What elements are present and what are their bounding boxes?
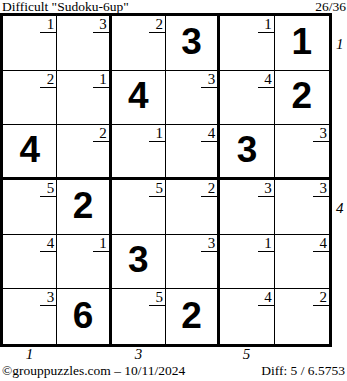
cell-r2c3[interactable]: 4 — [112, 71, 166, 126]
cell-r2c6[interactable]: 2 — [275, 71, 329, 126]
given-digit: 2 — [57, 180, 108, 234]
cell-r2c5[interactable]: 4 — [220, 71, 274, 126]
cell-r1c5[interactable]: 1 — [220, 16, 274, 71]
group-label-bottom-5: 5 — [219, 347, 274, 361]
copyright-date: ©grouppuzzles.com – 10/11/2024 — [2, 363, 185, 378]
corner-clue-digit: 1 — [149, 125, 165, 142]
given-digit: 1 — [275, 16, 329, 70]
cell-r6c4[interactable]: 2 — [166, 289, 220, 344]
cell-r3c2[interactable]: 2 — [57, 125, 111, 180]
cell-r3c1[interactable]: 4 — [3, 125, 57, 180]
given-digit: 2 — [275, 71, 329, 125]
cell-r4c4[interactable]: 2 — [166, 180, 220, 235]
sudoku-grid: 132311214342421433525233413314365242 — [0, 13, 332, 347]
corner-clue-digit: 1 — [40, 16, 56, 33]
cell-r4c2[interactable]: 2 — [57, 180, 111, 235]
corner-clue-digit: 4 — [258, 71, 274, 88]
corner-clue-digit: 1 — [258, 16, 274, 33]
cell-r6c6[interactable]: 2 — [275, 289, 329, 344]
corner-clue-digit: 2 — [313, 289, 329, 306]
cell-r2c1[interactable]: 2 — [3, 71, 57, 126]
group-label-bottom-1: 1 — [2, 347, 57, 361]
cell-r4c6[interactable]: 3 — [275, 180, 329, 235]
cell-r5c1[interactable]: 4 — [3, 235, 57, 290]
group-label-bottom-3: 3 — [111, 347, 166, 361]
corner-clue-digit: 3 — [313, 125, 329, 142]
corner-clue-digit: 2 — [40, 71, 56, 88]
cell-r6c3[interactable]: 5 — [112, 289, 166, 344]
corner-clue-digit: 1 — [93, 71, 109, 88]
group-label-right-4: 4 — [336, 201, 347, 216]
cell-r2c4[interactable]: 3 — [166, 71, 220, 126]
corner-clue-digit: 4 — [313, 235, 329, 252]
puzzle-counter: 26/36 — [315, 0, 346, 14]
cell-r5c6[interactable]: 4 — [275, 235, 329, 290]
cell-r1c3[interactable]: 2 — [112, 16, 166, 71]
cell-r6c2[interactable]: 6 — [57, 289, 111, 344]
cell-r5c3[interactable]: 3 — [112, 235, 166, 290]
corner-clue-digit: 1 — [258, 235, 274, 252]
cell-r5c4[interactable]: 3 — [166, 235, 220, 290]
corner-clue-digit: 5 — [149, 289, 165, 306]
corner-clue-digit: 2 — [149, 16, 165, 33]
cell-r5c2[interactable]: 1 — [57, 235, 111, 290]
cell-r2c2[interactable]: 1 — [57, 71, 111, 126]
corner-clue-digit: 3 — [313, 180, 329, 197]
cell-r5c5[interactable]: 1 — [220, 235, 274, 290]
given-digit: 6 — [57, 289, 108, 344]
cell-r1c1[interactable]: 1 — [3, 16, 57, 71]
puzzle-title: Difficult "Sudoku-6up" — [2, 0, 129, 14]
corner-clue-digit: 3 — [201, 235, 217, 252]
corner-clue-digit: 2 — [93, 125, 109, 142]
cell-r6c1[interactable]: 3 — [3, 289, 57, 344]
cell-r3c6[interactable]: 3 — [275, 125, 329, 180]
cell-r1c2[interactable]: 3 — [57, 16, 111, 71]
given-digit: 2 — [166, 289, 217, 344]
cell-r4c5[interactable]: 3 — [220, 180, 274, 235]
footer: ©grouppuzzles.com – 10/11/2024 Diff: 5 /… — [2, 363, 345, 378]
corner-clue-digit: 3 — [40, 289, 56, 306]
cell-r3c5[interactable]: 3 — [220, 125, 274, 180]
cell-r1c4[interactable]: 3 — [166, 16, 220, 71]
corner-clue-digit: 5 — [40, 180, 56, 197]
cell-r1c6[interactable]: 1 — [275, 16, 329, 71]
cell-r4c3[interactable]: 5 — [112, 180, 166, 235]
corner-clue-digit: 1 — [93, 235, 109, 252]
cell-r3c4[interactable]: 4 — [166, 125, 220, 180]
titlebar: Difficult "Sudoku-6up" 26/36 — [2, 0, 346, 14]
given-digit: 4 — [112, 71, 165, 125]
corner-clue-digit: 5 — [149, 180, 165, 197]
corner-clue-digit: 3 — [258, 180, 274, 197]
given-digit: 4 — [3, 125, 56, 177]
difficulty-rating: Diff: 5 / 6.5753 — [261, 363, 345, 378]
cell-r6c5[interactable]: 4 — [220, 289, 274, 344]
cell-r4c1[interactable]: 5 — [3, 180, 57, 235]
given-digit: 3 — [166, 16, 217, 70]
corner-clue-digit: 4 — [201, 125, 217, 142]
corner-clue-digit: 4 — [258, 289, 274, 306]
corner-clue-digit: 2 — [201, 180, 217, 197]
group-label-right-1: 1 — [336, 37, 347, 52]
given-digit: 3 — [112, 235, 165, 289]
corner-clue-digit: 4 — [40, 235, 56, 252]
cell-r3c3[interactable]: 1 — [112, 125, 166, 180]
corner-clue-digit: 3 — [201, 71, 217, 88]
given-digit: 3 — [220, 125, 273, 177]
corner-clue-digit: 3 — [93, 16, 109, 33]
